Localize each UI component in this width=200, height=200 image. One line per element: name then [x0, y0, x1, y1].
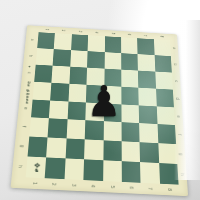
coordinate-label: f — [17, 124, 29, 130]
square-r3c5 — [104, 68, 121, 86]
square-r5c2 — [49, 100, 68, 119]
square-r8c6 — [122, 161, 141, 183]
square-r1c5 — [104, 36, 121, 53]
coordinate-label: 3 — [78, 28, 82, 34]
coordinate-label: h — [13, 163, 26, 169]
square-r6c4 — [85, 120, 104, 140]
coordinate-label: a — [26, 37, 37, 42]
coordinate-label: 1 — [31, 179, 38, 188]
fabric-fold-right — [174, 20, 200, 180]
square-r3c7 — [138, 70, 156, 88]
square-r7c6 — [122, 141, 141, 162]
square-r4c6 — [121, 86, 139, 105]
square-r4c4 — [86, 84, 104, 103]
square-r7c7 — [140, 142, 159, 163]
coordinate-label: b — [25, 53, 36, 58]
square-r5c3 — [67, 101, 86, 120]
square-r1c4 — [88, 35, 105, 52]
coordinate-label: 2 — [61, 27, 66, 33]
square-r8c5 — [103, 160, 122, 182]
square-r8c4 — [84, 159, 103, 181]
board-grid — [26, 32, 179, 184]
square-r4c2 — [50, 83, 69, 102]
square-r8c2 — [45, 158, 65, 180]
corner-logo: ❖ ♞ — [29, 160, 45, 177]
square-r7c1 — [28, 137, 48, 158]
chess-board: 12345678 12345678 abcdefgh abcdefgh ✦ US… — [11, 25, 189, 196]
coordinate-label: 7 — [143, 33, 147, 39]
square-r7c3 — [65, 139, 84, 160]
square-r1c2 — [54, 33, 72, 50]
square-r2c7 — [138, 54, 155, 71]
pawn-shadow — [93, 112, 119, 120]
knight-logo-icon: ♞ — [34, 169, 40, 173]
coordinate-label: 7 — [147, 185, 154, 194]
square-r6c5 — [103, 121, 121, 141]
square-r2c6 — [121, 53, 138, 70]
square-r3c4 — [87, 67, 105, 85]
square-r8c3 — [64, 158, 84, 180]
square-r3c3 — [69, 66, 87, 84]
coordinate-label: 4 — [90, 182, 97, 191]
square-r2c1 — [36, 48, 54, 65]
coordinate-label: 6 — [127, 32, 131, 38]
square-r4c5 — [104, 85, 122, 104]
square-r2c2 — [53, 49, 71, 66]
square-r7c2 — [46, 138, 66, 159]
square-r7c4 — [84, 140, 103, 161]
square-r6c2 — [48, 119, 67, 139]
coordinate-label: 5 — [111, 31, 115, 37]
square-r1c3 — [71, 34, 88, 51]
coordinate-label: 5 — [109, 183, 115, 192]
square-r6c6 — [121, 122, 139, 142]
square-r1c6 — [121, 37, 138, 54]
square-r4c1 — [33, 82, 52, 101]
brand-star-icon: ✦ — [28, 65, 32, 68]
square-r6c7 — [139, 123, 158, 143]
square-r4c7 — [139, 87, 157, 106]
square-r5c7 — [139, 105, 157, 124]
brand-label: US CHESS — [24, 81, 30, 104]
coordinate-label: 6 — [128, 184, 135, 193]
coordinate-label: 4 — [94, 29, 98, 35]
square-r6c1 — [29, 118, 49, 138]
square-r2c3 — [70, 50, 88, 67]
square-r4c3 — [68, 83, 86, 102]
square-r5c1 — [31, 99, 50, 118]
square-r3c1 — [34, 64, 53, 82]
coordinate-label: 8 — [166, 185, 173, 194]
square-r8c7 — [140, 162, 159, 184]
coordinate-label: 1 — [45, 26, 50, 32]
square-r1c7 — [137, 38, 154, 55]
coordinate-label: 8 — [159, 33, 163, 39]
square-r1c1 — [37, 32, 55, 49]
square-r6c3 — [66, 120, 85, 140]
coordinate-label: 2 — [51, 180, 58, 189]
square-r3c2 — [52, 65, 70, 83]
square-r2c5 — [104, 52, 121, 69]
photo-scene: 12345678 12345678 abcdefgh abcdefgh ✦ US… — [0, 0, 200, 200]
coordinate-label: 3 — [70, 181, 77, 190]
board-surface: 12345678 12345678 abcdefgh abcdefgh ✦ US… — [11, 25, 189, 196]
square-r2c4 — [87, 51, 104, 68]
square-r5c6 — [121, 104, 139, 123]
coordinate-label: g — [15, 143, 28, 149]
square-r7c5 — [103, 141, 122, 162]
square-r3c6 — [121, 69, 138, 87]
